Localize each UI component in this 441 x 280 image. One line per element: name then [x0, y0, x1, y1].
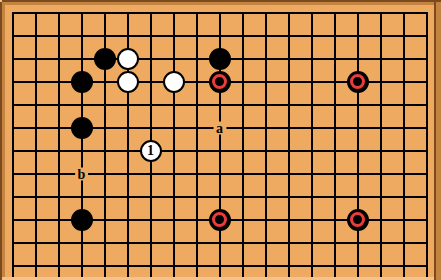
board-point — [208, 162, 231, 185]
board-point — [185, 231, 208, 254]
board-point — [116, 254, 139, 277]
grid-line — [265, 35, 267, 48]
board-point — [392, 254, 415, 277]
grid-line — [173, 242, 175, 255]
grid-line — [196, 12, 198, 25]
board-point — [93, 139, 116, 162]
grid-line — [58, 219, 60, 232]
grid-line — [81, 265, 83, 278]
board-point — [323, 24, 346, 47]
grid-line — [311, 12, 313, 25]
grid-line — [12, 35, 14, 48]
grid-line — [127, 35, 129, 48]
grid-line — [288, 196, 290, 209]
board-point — [208, 47, 231, 70]
grid-line — [357, 150, 359, 163]
board-point — [139, 185, 162, 208]
board-point — [116, 162, 139, 185]
black-stone — [94, 48, 116, 70]
board-point — [47, 254, 70, 277]
grid-line — [104, 12, 106, 25]
grid-line — [173, 104, 175, 117]
board-point — [392, 139, 415, 162]
grid-line — [380, 81, 382, 94]
grid-line — [265, 242, 267, 255]
grid-line — [58, 127, 60, 140]
grid-line — [242, 196, 244, 209]
board-point — [254, 47, 277, 70]
grid-line — [104, 196, 106, 209]
grid-line — [35, 219, 37, 232]
board-point — [392, 24, 415, 47]
board-point — [116, 116, 139, 139]
grid-line — [12, 127, 14, 140]
grid-line — [288, 58, 290, 71]
white-stone — [117, 48, 139, 70]
point-label-b: b — [75, 167, 89, 180]
grid-line — [58, 58, 60, 71]
board-point — [185, 139, 208, 162]
grid-line — [334, 265, 336, 278]
board-point — [300, 24, 323, 47]
board-point — [254, 139, 277, 162]
board-point — [254, 162, 277, 185]
board-point — [47, 24, 70, 47]
board-point — [47, 231, 70, 254]
grid-line — [35, 81, 37, 94]
board-point: b — [70, 162, 93, 185]
grid-line — [196, 127, 198, 140]
grid-line — [288, 104, 290, 117]
grid-line — [173, 127, 175, 140]
grid-line — [288, 127, 290, 140]
board-point — [24, 116, 47, 139]
grid-line — [150, 58, 152, 71]
grid-line — [196, 58, 198, 71]
board-point — [162, 70, 185, 93]
grid-line — [311, 196, 313, 209]
board-point — [93, 116, 116, 139]
grid-line — [81, 104, 83, 117]
board-point — [162, 208, 185, 231]
board-point — [93, 93, 116, 116]
grid-line — [35, 104, 37, 117]
board-point — [116, 24, 139, 47]
board-point — [208, 93, 231, 116]
grid-line — [81, 35, 83, 48]
board-point — [277, 116, 300, 139]
board-point — [277, 162, 300, 185]
board-point — [208, 185, 231, 208]
board-point — [47, 70, 70, 93]
board-point — [70, 93, 93, 116]
board-point — [116, 185, 139, 208]
board-point — [208, 70, 231, 93]
board-point — [346, 116, 369, 139]
grid-line — [150, 127, 152, 140]
grid-line — [334, 12, 336, 25]
grid-line — [35, 265, 37, 278]
board-point — [277, 24, 300, 47]
grid-line — [357, 265, 359, 278]
board-point — [277, 93, 300, 116]
grid-line — [242, 127, 244, 140]
board-point — [277, 47, 300, 70]
grid-line — [403, 104, 405, 117]
grid-line — [127, 127, 129, 140]
grid-line — [12, 12, 14, 25]
grid-line — [242, 242, 244, 255]
board-point — [369, 139, 392, 162]
grid-line — [127, 104, 129, 117]
board-point — [231, 139, 254, 162]
board-point — [323, 93, 346, 116]
grid-line — [265, 265, 267, 278]
board-point — [47, 208, 70, 231]
black-stone-marked — [347, 71, 369, 93]
grid-line — [426, 127, 428, 140]
board-point — [277, 254, 300, 277]
board-point — [323, 139, 346, 162]
board-point — [392, 116, 415, 139]
grid-line — [311, 104, 313, 117]
board-edge-line-left — [0, 0, 2, 280]
grid-line — [426, 35, 428, 48]
grid-line — [81, 196, 83, 209]
board-point — [231, 254, 254, 277]
board-point — [392, 185, 415, 208]
grid-line — [58, 150, 60, 163]
grid-line — [58, 173, 60, 186]
board-point — [93, 254, 116, 277]
board-point — [392, 93, 415, 116]
board-point — [231, 185, 254, 208]
board-point — [277, 208, 300, 231]
board-point — [300, 231, 323, 254]
grid-line — [242, 150, 244, 163]
board-point — [277, 139, 300, 162]
board-point — [47, 162, 70, 185]
grid-line — [196, 242, 198, 255]
grid-line — [150, 242, 152, 255]
board-point — [346, 24, 369, 47]
black-stone — [71, 209, 93, 231]
grid-line — [334, 196, 336, 209]
board-point — [346, 93, 369, 116]
board-point — [24, 93, 47, 116]
grid-line — [426, 173, 428, 186]
board-point — [208, 24, 231, 47]
board-point — [208, 208, 231, 231]
board-point — [24, 139, 47, 162]
board-point — [231, 24, 254, 47]
board-point — [185, 47, 208, 70]
grid-line — [58, 242, 60, 255]
grid-line — [311, 242, 313, 255]
board-point — [346, 231, 369, 254]
board-point — [346, 162, 369, 185]
board-point — [277, 231, 300, 254]
board-point — [369, 70, 392, 93]
board-point — [208, 231, 231, 254]
grid-line — [219, 12, 221, 25]
grid-line — [150, 104, 152, 117]
grid-line — [196, 265, 198, 278]
board-point — [185, 24, 208, 47]
board-point — [162, 254, 185, 277]
grid-line — [334, 173, 336, 186]
grid-line — [150, 35, 152, 48]
grid-line — [334, 104, 336, 117]
grid-line — [12, 196, 14, 209]
grid-line — [265, 58, 267, 71]
grid-line — [357, 35, 359, 48]
grid-line — [12, 265, 14, 278]
grid-line — [127, 12, 129, 25]
board-point — [346, 208, 369, 231]
board-point — [70, 254, 93, 277]
board-point — [93, 70, 116, 93]
grid-line — [127, 219, 129, 232]
board-frame-top — [0, 2, 441, 5]
grid-line — [173, 150, 175, 163]
board-point — [392, 47, 415, 70]
grid-line — [12, 81, 14, 94]
grid-line — [173, 219, 175, 232]
grid-line — [35, 173, 37, 186]
grid-line — [380, 196, 382, 209]
grid-line — [380, 12, 382, 25]
board-point — [323, 70, 346, 93]
board-point — [162, 24, 185, 47]
board-point — [369, 208, 392, 231]
grid-line — [380, 104, 382, 117]
board-point — [300, 116, 323, 139]
board-point — [116, 139, 139, 162]
board-point — [346, 254, 369, 277]
board-point — [300, 93, 323, 116]
grid-line — [12, 150, 14, 163]
board-point — [24, 208, 47, 231]
board-point — [277, 70, 300, 93]
grid-line — [334, 35, 336, 48]
board-point — [369, 231, 392, 254]
board-point — [392, 162, 415, 185]
board-point: 1 — [139, 139, 162, 162]
grid-line — [242, 81, 244, 94]
board-point — [139, 116, 162, 139]
grid-line — [357, 58, 359, 71]
grid-line — [242, 173, 244, 186]
grid-line — [426, 242, 428, 255]
red-circle-marker — [212, 212, 227, 227]
board-point — [369, 116, 392, 139]
black-stone-marked — [347, 209, 369, 231]
grid-line — [242, 58, 244, 71]
board-point — [162, 139, 185, 162]
board-point — [139, 47, 162, 70]
board-point — [208, 139, 231, 162]
grid-line — [357, 196, 359, 209]
grid-line — [81, 58, 83, 71]
white-stone-move-1: 1 — [140, 140, 162, 162]
board-point — [70, 116, 93, 139]
board-point: a — [208, 116, 231, 139]
grid-line — [219, 104, 221, 117]
grid-line — [242, 35, 244, 48]
grid-line — [219, 35, 221, 48]
go-board-diagram: a1b — [0, 0, 441, 280]
board-point — [392, 208, 415, 231]
grid-line — [81, 242, 83, 255]
grid-line — [150, 81, 152, 94]
board-point — [24, 162, 47, 185]
grid-line — [196, 219, 198, 232]
grid-line — [403, 265, 405, 278]
grid-line — [265, 12, 267, 25]
board-point — [70, 139, 93, 162]
grid-line — [288, 173, 290, 186]
board-point — [139, 70, 162, 93]
board-point — [369, 93, 392, 116]
board-point — [323, 208, 346, 231]
grid-line — [380, 58, 382, 71]
grid-line — [104, 265, 106, 278]
grid-line — [219, 242, 221, 255]
board-point — [300, 254, 323, 277]
grid-line — [265, 196, 267, 209]
board-point — [300, 162, 323, 185]
grid-line — [288, 265, 290, 278]
grid-line — [150, 219, 152, 232]
grid-line — [288, 12, 290, 25]
grid-line — [127, 150, 129, 163]
board-point — [369, 185, 392, 208]
board-point — [70, 231, 93, 254]
grid-line — [426, 58, 428, 71]
board-point — [300, 139, 323, 162]
board-edge-line-top — [0, 0, 441, 2]
board-point — [93, 162, 116, 185]
grid-line — [35, 58, 37, 71]
red-circle-marker — [350, 74, 365, 89]
grid-line — [380, 242, 382, 255]
board-point — [116, 208, 139, 231]
board-point — [70, 24, 93, 47]
board-point — [185, 185, 208, 208]
board-point — [254, 93, 277, 116]
grid-line — [357, 173, 359, 186]
grid-line — [35, 150, 37, 163]
grid-line — [357, 242, 359, 255]
grid-line — [104, 150, 106, 163]
grid-line — [334, 58, 336, 71]
grid-line — [12, 58, 14, 71]
board-point — [93, 47, 116, 70]
grid-line — [173, 12, 175, 25]
grid-line — [403, 242, 405, 255]
board-point — [323, 116, 346, 139]
board-point — [392, 70, 415, 93]
grid-line — [403, 127, 405, 140]
board-point — [185, 208, 208, 231]
board-point — [70, 208, 93, 231]
red-circle-marker — [212, 74, 227, 89]
board-point — [24, 185, 47, 208]
grid-line — [150, 265, 152, 278]
board-point — [185, 70, 208, 93]
grid-line — [242, 265, 244, 278]
grid-line — [35, 35, 37, 48]
board-point — [139, 208, 162, 231]
grid-line — [265, 104, 267, 117]
board-point — [139, 93, 162, 116]
board-point — [231, 231, 254, 254]
board-point — [24, 70, 47, 93]
board-point — [323, 185, 346, 208]
grid-line — [219, 196, 221, 209]
board-point — [346, 139, 369, 162]
board-point — [24, 24, 47, 47]
grid-line — [311, 219, 313, 232]
grid-line — [403, 81, 405, 94]
board-point — [47, 139, 70, 162]
board-point — [70, 47, 93, 70]
board-point — [231, 116, 254, 139]
board-point — [139, 24, 162, 47]
board-point — [231, 47, 254, 70]
grid-line — [288, 242, 290, 255]
white-stone — [163, 71, 185, 93]
board-corner-highlight — [0, 0, 2, 2]
grid-line — [58, 81, 60, 94]
grid-line — [311, 265, 313, 278]
black-stone-marked — [209, 71, 231, 93]
grid-line — [196, 104, 198, 117]
grid-line — [196, 196, 198, 209]
grid-line — [357, 127, 359, 140]
grid-line — [35, 12, 37, 25]
grid-line — [380, 173, 382, 186]
grid-line — [426, 150, 428, 163]
board-point — [162, 185, 185, 208]
grid-line — [426, 81, 428, 94]
grid-line — [334, 127, 336, 140]
board-point — [231, 208, 254, 231]
grid-line — [173, 173, 175, 186]
board-point — [346, 185, 369, 208]
board-point — [93, 185, 116, 208]
grid-line — [265, 173, 267, 186]
board-point — [323, 254, 346, 277]
grid-line — [104, 81, 106, 94]
grid-line — [311, 127, 313, 140]
grid-line — [334, 242, 336, 255]
board-point — [162, 162, 185, 185]
grid-line — [173, 196, 175, 209]
grid-line — [288, 219, 290, 232]
board-point — [392, 231, 415, 254]
board-point — [139, 162, 162, 185]
grid-line — [403, 12, 405, 25]
go-board-grid: a1b — [1, 1, 438, 277]
grid-line — [58, 104, 60, 117]
grid-line — [288, 35, 290, 48]
board-point — [70, 185, 93, 208]
grid-line — [426, 12, 428, 25]
grid-line — [127, 173, 129, 186]
grid-line — [242, 219, 244, 232]
